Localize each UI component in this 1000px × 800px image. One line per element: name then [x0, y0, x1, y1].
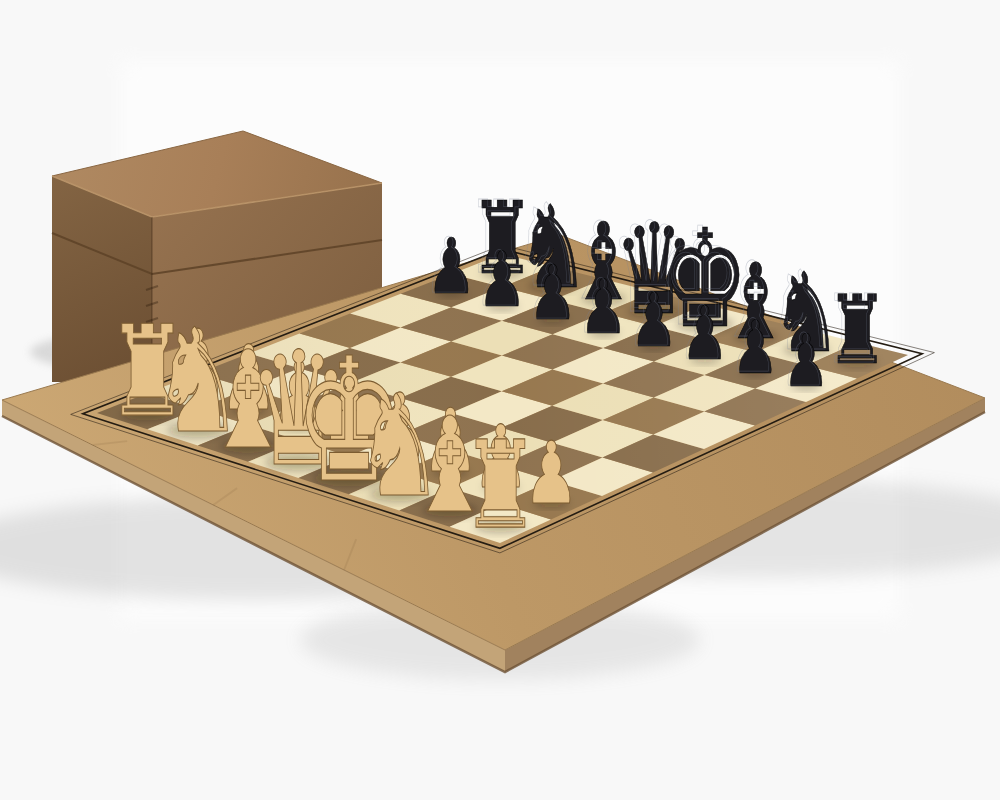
piece-black-pawn-e7: ♟♟ [627, 276, 678, 363]
piece-highlight: ♟ [424, 220, 474, 310]
piece-black-pawn-f7: ♟♟ [678, 289, 728, 376]
piece-black-pawn-c7: ♟♟ [526, 248, 577, 337]
scene: ♜♜♞♞♟♟♝♝♟♟♛♛♟♟♚♚♟♟♝♝♟♟♞♞♟♟♜♜♟♟♟♟♟♟♜♟♞♟♝♟… [0, 0, 1000, 800]
piece-highlight: ♜ [823, 273, 884, 383]
piece-black-pawn-h7: ♟♟ [780, 317, 830, 403]
piece-black-pawn-a7: ♟♟ [424, 220, 476, 311]
piece-highlight: ♟ [475, 234, 524, 324]
chess-set-photo: ♜♜♞♞♟♟♝♝♟♟♛♛♟♟♚♚♟♟♝♝♟♟♞♞♟♟♜♜♟♟♟♟♟♟♜♟♞♟♝♟… [0, 0, 1000, 800]
piece-highlight: ♟ [526, 248, 575, 336]
piece-black-pawn-g7: ♟♟ [729, 304, 779, 390]
piece-highlight: ♟ [577, 261, 625, 348]
piece-black-pawn-b7: ♟♟ [475, 234, 527, 325]
piece-black-pawn-d7: ♟♟ [577, 261, 628, 349]
piece-glyph: ♜ [461, 414, 539, 555]
piece-black-rook-h8: ♜♜ [823, 273, 888, 385]
piece-highlight: ♟ [780, 317, 827, 402]
piece-white-rook-h1: ♜ [461, 414, 539, 555]
piece-highlight: ♟ [729, 304, 776, 389]
piece-highlight: ♟ [678, 289, 726, 375]
piece-highlight: ♟ [627, 276, 675, 362]
